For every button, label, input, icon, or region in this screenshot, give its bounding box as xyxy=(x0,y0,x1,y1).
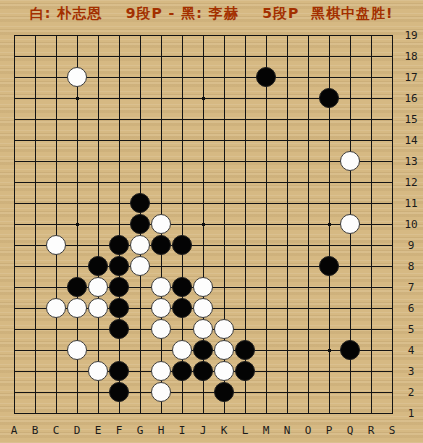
column-label: G xyxy=(133,424,147,437)
white-stone xyxy=(130,256,150,276)
black-stone xyxy=(67,277,87,297)
row-label: 7 xyxy=(400,281,422,294)
black-stone xyxy=(130,214,150,234)
star-point xyxy=(328,223,331,226)
white-stone xyxy=(67,298,87,318)
row-label: 9 xyxy=(400,239,422,252)
black-stone xyxy=(235,340,255,360)
star-point xyxy=(328,349,331,352)
black-stone xyxy=(109,256,129,276)
column-label: B xyxy=(28,424,42,437)
column-label: M xyxy=(259,424,273,437)
black-stone xyxy=(193,340,213,360)
column-label: K xyxy=(217,424,231,437)
black-stone xyxy=(109,235,129,255)
white-stone xyxy=(130,235,150,255)
white-stone xyxy=(193,298,213,318)
row-label: 14 xyxy=(400,134,422,147)
column-label: O xyxy=(301,424,315,437)
white-stone xyxy=(193,319,213,339)
column-label: D xyxy=(70,424,84,437)
black-stone xyxy=(109,298,129,318)
white-stone xyxy=(214,340,234,360)
white-stone xyxy=(193,277,213,297)
black-stone xyxy=(319,88,339,108)
row-label: 13 xyxy=(400,155,422,168)
column-label: H xyxy=(154,424,168,437)
column-label: R xyxy=(364,424,378,437)
row-label: 1 xyxy=(400,407,422,420)
black-stone xyxy=(172,277,192,297)
column-label: C xyxy=(49,424,63,437)
column-label: I xyxy=(175,424,189,437)
white-stone xyxy=(151,277,171,297)
white-stone xyxy=(88,298,108,318)
column-label: P xyxy=(322,424,336,437)
row-label: 18 xyxy=(400,50,422,63)
column-label: Q xyxy=(343,424,357,437)
white-stone xyxy=(172,340,192,360)
black-stone xyxy=(319,256,339,276)
black-stone xyxy=(214,382,234,402)
column-label: A xyxy=(7,424,21,437)
white-stone xyxy=(46,298,66,318)
black-stone xyxy=(130,193,150,213)
row-label: 11 xyxy=(400,197,422,210)
black-stone xyxy=(193,361,213,381)
row-label: 4 xyxy=(400,344,422,357)
black-stone xyxy=(109,382,129,402)
star-point xyxy=(76,223,79,226)
column-label: N xyxy=(280,424,294,437)
white-stone xyxy=(151,214,171,234)
column-label: J xyxy=(196,424,210,437)
row-label: 2 xyxy=(400,386,422,399)
star-point xyxy=(76,97,79,100)
black-stone xyxy=(88,256,108,276)
row-label: 16 xyxy=(400,92,422,105)
black-stone xyxy=(172,235,192,255)
white-stone xyxy=(214,319,234,339)
black-stone xyxy=(172,361,192,381)
white-stone xyxy=(151,382,171,402)
star-point xyxy=(202,223,205,226)
white-stone xyxy=(340,214,360,234)
black-stone xyxy=(172,298,192,318)
column-label: E xyxy=(91,424,105,437)
white-stone xyxy=(67,340,87,360)
white-stone xyxy=(88,361,108,381)
black-stone xyxy=(109,319,129,339)
column-label: L xyxy=(238,424,252,437)
white-stone xyxy=(88,277,108,297)
column-label: S xyxy=(385,424,399,437)
black-stone xyxy=(109,361,129,381)
white-stone xyxy=(46,235,66,255)
white-stone xyxy=(151,319,171,339)
row-label: 15 xyxy=(400,113,422,126)
go-board[interactable]: ABCDEFGHIJKLMNOPQRS191817161514131211109… xyxy=(0,0,423,443)
white-stone xyxy=(340,151,360,171)
row-label: 17 xyxy=(400,71,422,84)
black-stone xyxy=(256,67,276,87)
white-stone xyxy=(67,67,87,87)
column-label: F xyxy=(112,424,126,437)
row-label: 5 xyxy=(400,323,422,336)
white-stone xyxy=(151,298,171,318)
white-stone xyxy=(214,361,234,381)
black-stone xyxy=(340,340,360,360)
star-point xyxy=(202,97,205,100)
black-stone xyxy=(151,235,171,255)
row-label: 3 xyxy=(400,365,422,378)
white-stone xyxy=(151,361,171,381)
row-label: 6 xyxy=(400,302,422,315)
black-stone xyxy=(235,361,255,381)
row-label: 12 xyxy=(400,176,422,189)
black-stone xyxy=(109,277,129,297)
row-label: 19 xyxy=(400,29,422,42)
row-label: 10 xyxy=(400,218,422,231)
row-label: 8 xyxy=(400,260,422,273)
